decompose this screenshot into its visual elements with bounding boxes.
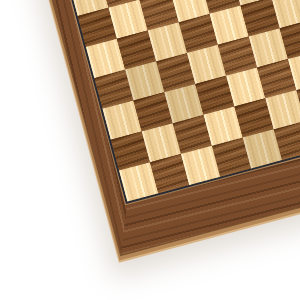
chess-board	[37, 0, 300, 255]
photo-background	[0, 0, 300, 300]
